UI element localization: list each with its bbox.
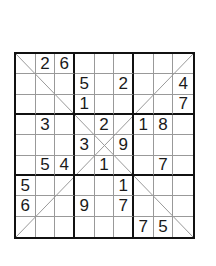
cell-r8c4[interactable]: 9: [75, 196, 95, 216]
cell-r3c9[interactable]: 7: [173, 95, 193, 115]
cell-r7c5[interactable]: [95, 176, 115, 196]
sudoku-board: 265241732183954175169775: [14, 52, 195, 239]
cell-r6c2[interactable]: 5: [36, 156, 56, 176]
cell-r9c5[interactable]: [95, 217, 115, 237]
cell-r2c4[interactable]: 5: [75, 74, 95, 94]
cell-r1c8[interactable]: [154, 54, 174, 74]
cell-r3c3[interactable]: [55, 95, 75, 115]
cell-r2c2[interactable]: [36, 74, 56, 94]
cell-r3c8[interactable]: [154, 95, 174, 115]
cell-r6c4[interactable]: [75, 156, 95, 176]
cell-r4c4[interactable]: [75, 115, 95, 135]
cell-r1c1[interactable]: [16, 54, 36, 74]
cell-r8c1[interactable]: 6: [16, 196, 36, 216]
cell-r1c5[interactable]: [95, 54, 115, 74]
cell-r4c9[interactable]: [173, 115, 193, 135]
cell-r4c6[interactable]: [114, 115, 134, 135]
cell-r5c4[interactable]: 3: [75, 135, 95, 155]
cell-r3c1[interactable]: [16, 95, 36, 115]
cell-r7c8[interactable]: [154, 176, 174, 196]
cell-r7c6[interactable]: 1: [114, 176, 134, 196]
cell-r6c3[interactable]: 4: [55, 156, 75, 176]
cell-r5c5[interactable]: [95, 135, 115, 155]
cell-r4c8[interactable]: 8: [154, 115, 174, 135]
cell-r9c6[interactable]: [114, 217, 134, 237]
cell-r9c1[interactable]: [16, 217, 36, 237]
cell-r9c3[interactable]: [55, 217, 75, 237]
cell-r2c8[interactable]: [154, 74, 174, 94]
cell-r8c6[interactable]: 7: [114, 196, 134, 216]
cell-r4c3[interactable]: [55, 115, 75, 135]
cell-r5c2[interactable]: [36, 135, 56, 155]
cell-r8c8[interactable]: [154, 196, 174, 216]
cell-r6c9[interactable]: [173, 156, 193, 176]
cell-r7c1[interactable]: 5: [16, 176, 36, 196]
cell-r3c5[interactable]: [95, 95, 115, 115]
cell-r6c1[interactable]: [16, 156, 36, 176]
cell-r9c8[interactable]: 5: [154, 217, 174, 237]
cell-r1c4[interactable]: [75, 54, 95, 74]
cell-r8c5[interactable]: [95, 196, 115, 216]
cell-r1c6[interactable]: [114, 54, 134, 74]
cell-r9c7[interactable]: 7: [134, 217, 154, 237]
cell-r7c7[interactable]: [134, 176, 154, 196]
cell-r3c6[interactable]: [114, 95, 134, 115]
cell-r2c7[interactable]: [134, 74, 154, 94]
cell-r5c9[interactable]: [173, 135, 193, 155]
cell-r8c3[interactable]: [55, 196, 75, 216]
cell-r1c7[interactable]: [134, 54, 154, 74]
cell-r8c2[interactable]: [36, 196, 56, 216]
cell-r1c3[interactable]: 6: [55, 54, 75, 74]
cell-r9c9[interactable]: [173, 217, 193, 237]
cell-r6c5[interactable]: 1: [95, 156, 115, 176]
cell-r4c7[interactable]: 1: [134, 115, 154, 135]
cell-r2c6[interactable]: 2: [114, 74, 134, 94]
cell-r2c1[interactable]: [16, 74, 36, 94]
cell-r1c2[interactable]: 2: [36, 54, 56, 74]
cell-r1c9[interactable]: [173, 54, 193, 74]
sudoku-page: 265241732183954175169775: [0, 0, 216, 266]
cell-r9c2[interactable]: [36, 217, 56, 237]
cell-r6c8[interactable]: 7: [154, 156, 174, 176]
cell-r4c1[interactable]: [16, 115, 36, 135]
cell-r7c3[interactable]: [55, 176, 75, 196]
cell-r5c7[interactable]: [134, 135, 154, 155]
cell-r7c4[interactable]: [75, 176, 95, 196]
cell-r3c4[interactable]: 1: [75, 95, 95, 115]
cell-r7c2[interactable]: [36, 176, 56, 196]
cell-r6c7[interactable]: [134, 156, 154, 176]
cell-r4c5[interactable]: 2: [95, 115, 115, 135]
cell-r6c6[interactable]: [114, 156, 134, 176]
cell-r5c3[interactable]: [55, 135, 75, 155]
cell-r5c6[interactable]: 9: [114, 135, 134, 155]
cell-r2c9[interactable]: 4: [173, 74, 193, 94]
cell-r8c7[interactable]: [134, 196, 154, 216]
cell-r2c5[interactable]: [95, 74, 115, 94]
cell-r3c7[interactable]: [134, 95, 154, 115]
cell-r2c3[interactable]: [55, 74, 75, 94]
cell-r5c8[interactable]: [154, 135, 174, 155]
cell-r9c4[interactable]: [75, 217, 95, 237]
cell-r7c9[interactable]: [173, 176, 193, 196]
cell-r3c2[interactable]: [36, 95, 56, 115]
cell-r4c2[interactable]: 3: [36, 115, 56, 135]
cell-r5c1[interactable]: [16, 135, 36, 155]
cell-r8c9[interactable]: [173, 196, 193, 216]
